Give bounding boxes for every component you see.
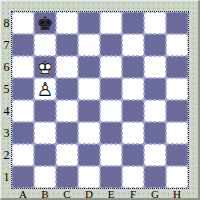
square-d6[interactable] [78,56,100,78]
square-g7[interactable] [144,34,166,56]
square-h1[interactable] [166,166,188,188]
square-b1[interactable] [34,166,56,188]
square-f1[interactable] [122,166,144,188]
square-f5[interactable] [122,78,144,100]
square-e5[interactable] [100,78,122,100]
rank-label-7: 7 [1,34,12,56]
square-e7[interactable] [100,34,122,56]
square-g8[interactable] [144,12,166,34]
square-h3[interactable] [166,122,188,144]
square-a3[interactable] [12,122,34,144]
square-d8[interactable] [78,12,100,34]
square-c6[interactable] [56,56,78,78]
piece-outline-glyph: ♔ [34,56,56,78]
rank-label-5: 5 [1,78,12,100]
square-b4[interactable] [34,100,56,122]
square-d7[interactable] [78,34,100,56]
square-f7[interactable] [122,34,144,56]
square-b2[interactable] [34,144,56,166]
piece-white-pawn[interactable]: ♟♙ [34,78,56,100]
rank-label-1: 1 [1,166,12,188]
square-d3[interactable] [78,122,100,144]
piece-outline-glyph: ♙ [34,78,56,100]
square-h8[interactable] [166,12,188,34]
file-label-b: B [34,188,56,200]
square-h4[interactable] [166,100,188,122]
rank-label-8: 8 [1,12,12,34]
square-c8[interactable] [56,12,78,34]
square-f4[interactable] [122,100,144,122]
square-c3[interactable] [56,122,78,144]
chess-diagram: 87654321 ♚♚♔♟♙ ABCDEFGH [0,0,200,200]
square-e6[interactable] [100,56,122,78]
square-g2[interactable] [144,144,166,166]
square-b3[interactable] [34,122,56,144]
square-c2[interactable] [56,144,78,166]
piece-white-king[interactable]: ♚♔ [34,56,56,78]
square-f8[interactable] [122,12,144,34]
square-b5[interactable]: ♟♙ [34,78,56,100]
square-c4[interactable] [56,100,78,122]
square-a4[interactable] [12,100,34,122]
file-label-d: D [78,188,100,200]
square-e8[interactable] [100,12,122,34]
square-g6[interactable] [144,56,166,78]
square-d4[interactable] [78,100,100,122]
square-h7[interactable] [166,34,188,56]
square-c7[interactable] [56,34,78,56]
file-label-h: H [166,188,188,200]
square-b7[interactable] [34,34,56,56]
rank-label-2: 2 [1,144,12,166]
piece-fill-glyph: ♚ [34,12,56,34]
square-c5[interactable] [56,78,78,100]
square-e1[interactable] [100,166,122,188]
square-a8[interactable] [12,12,34,34]
square-d2[interactable] [78,144,100,166]
file-label-f: F [122,188,144,200]
square-e4[interactable] [100,100,122,122]
square-e3[interactable] [100,122,122,144]
square-f6[interactable] [122,56,144,78]
square-e2[interactable] [100,144,122,166]
square-f2[interactable] [122,144,144,166]
square-d1[interactable] [78,166,100,188]
square-c1[interactable] [56,166,78,188]
square-a1[interactable] [12,166,34,188]
square-d5[interactable] [78,78,100,100]
rank-label-6: 6 [1,56,12,78]
square-g1[interactable] [144,166,166,188]
rank-label-4: 4 [1,100,12,122]
rank-label-3: 3 [1,122,12,144]
file-label-a: A [12,188,34,200]
rank-labels: 87654321 [1,12,12,188]
square-g4[interactable] [144,100,166,122]
chess-board[interactable]: ♚♚♔♟♙ [12,12,188,188]
square-a7[interactable] [12,34,34,56]
square-a6[interactable] [12,56,34,78]
square-a5[interactable] [12,78,34,100]
file-label-c: C [56,188,78,200]
file-labels: ABCDEFGH [12,188,188,199]
square-a2[interactable] [12,144,34,166]
piece-black-king[interactable]: ♚ [34,12,56,34]
square-g5[interactable] [144,78,166,100]
square-h6[interactable] [166,56,188,78]
square-h5[interactable] [166,78,188,100]
square-b6[interactable]: ♚♔ [34,56,56,78]
file-label-g: G [144,188,166,200]
square-g3[interactable] [144,122,166,144]
square-f3[interactable] [122,122,144,144]
file-label-e: E [100,188,122,200]
square-h2[interactable] [166,144,188,166]
square-b8[interactable]: ♚ [34,12,56,34]
